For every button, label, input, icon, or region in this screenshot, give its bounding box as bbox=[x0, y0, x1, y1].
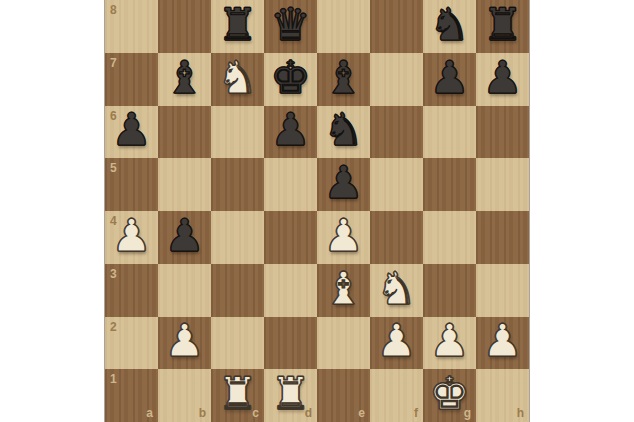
square-h4[interactable] bbox=[476, 211, 529, 264]
square-g2[interactable]: ♟ bbox=[423, 317, 476, 370]
black-rook-h8[interactable]: ♜ bbox=[482, 2, 522, 47]
white-king-g1[interactable]: ♚ bbox=[429, 371, 469, 416]
square-c8[interactable]: ♜ bbox=[211, 0, 264, 53]
black-bishop-b7[interactable]: ♝ bbox=[164, 55, 204, 100]
square-b2[interactable]: ♟ bbox=[158, 317, 211, 370]
square-d5[interactable] bbox=[264, 158, 317, 211]
white-knight-c7[interactable]: ♞ bbox=[217, 55, 257, 100]
white-rook-c1[interactable]: ♜ bbox=[217, 371, 257, 416]
white-pawn-g2[interactable]: ♟ bbox=[429, 318, 469, 363]
rank-label-8: 8 bbox=[110, 4, 117, 16]
file-label-b: b bbox=[199, 407, 206, 419]
square-a3[interactable]: 3 bbox=[105, 264, 158, 317]
square-e4[interactable]: ♟ bbox=[317, 211, 370, 264]
square-c7[interactable]: ♞ bbox=[211, 53, 264, 106]
square-e8[interactable] bbox=[317, 0, 370, 53]
square-d6[interactable]: ♟ bbox=[264, 106, 317, 159]
square-c5[interactable] bbox=[211, 158, 264, 211]
black-knight-g8[interactable]: ♞ bbox=[429, 2, 469, 47]
square-h3[interactable] bbox=[476, 264, 529, 317]
white-pawn-a4[interactable]: ♟ bbox=[111, 213, 151, 258]
rank-label-1: 1 bbox=[110, 373, 117, 385]
square-a5[interactable]: 5 bbox=[105, 158, 158, 211]
square-a4[interactable]: 4♟ bbox=[105, 211, 158, 264]
square-f2[interactable]: ♟ bbox=[370, 317, 423, 370]
file-label-h: h bbox=[517, 407, 524, 419]
square-c6[interactable] bbox=[211, 106, 264, 159]
white-pawn-f2[interactable]: ♟ bbox=[376, 318, 416, 363]
file-label-a: a bbox=[146, 407, 153, 419]
page: 8♜♛♞♜7♝♞♚♝♟♟6♟♟♞5♟4♟♟♟3♝♞2♟♟♟♟1abc♜d♜efg… bbox=[0, 0, 634, 422]
rank-label-7: 7 bbox=[110, 57, 117, 69]
black-pawn-e5[interactable]: ♟ bbox=[323, 160, 363, 205]
square-f3[interactable]: ♞ bbox=[370, 264, 423, 317]
square-a2[interactable]: 2 bbox=[105, 317, 158, 370]
black-pawn-h7[interactable]: ♟ bbox=[482, 55, 522, 100]
black-pawn-g7[interactable]: ♟ bbox=[429, 55, 469, 100]
square-a6[interactable]: 6♟ bbox=[105, 106, 158, 159]
white-bishop-e3[interactable]: ♝ bbox=[323, 266, 363, 311]
square-f7[interactable] bbox=[370, 53, 423, 106]
square-e5[interactable]: ♟ bbox=[317, 158, 370, 211]
square-c3[interactable] bbox=[211, 264, 264, 317]
square-a8[interactable]: 8 bbox=[105, 0, 158, 53]
square-h8[interactable]: ♜ bbox=[476, 0, 529, 53]
square-b3[interactable] bbox=[158, 264, 211, 317]
rank-label-5: 5 bbox=[110, 162, 117, 174]
square-h5[interactable] bbox=[476, 158, 529, 211]
square-f1[interactable]: f bbox=[370, 369, 423, 422]
square-e1[interactable]: e bbox=[317, 369, 370, 422]
square-c1[interactable]: c♜ bbox=[211, 369, 264, 422]
file-label-f: f bbox=[414, 407, 418, 419]
square-f4[interactable] bbox=[370, 211, 423, 264]
square-b5[interactable] bbox=[158, 158, 211, 211]
square-a7[interactable]: 7 bbox=[105, 53, 158, 106]
file-label-e: e bbox=[358, 407, 365, 419]
square-c2[interactable] bbox=[211, 317, 264, 370]
square-h2[interactable]: ♟ bbox=[476, 317, 529, 370]
square-a1[interactable]: 1a bbox=[105, 369, 158, 422]
rank-label-3: 3 bbox=[110, 268, 117, 280]
square-h6[interactable] bbox=[476, 106, 529, 159]
black-pawn-a6[interactable]: ♟ bbox=[111, 107, 151, 152]
square-d8[interactable]: ♛ bbox=[264, 0, 317, 53]
square-f5[interactable] bbox=[370, 158, 423, 211]
square-e2[interactable] bbox=[317, 317, 370, 370]
white-pawn-e4[interactable]: ♟ bbox=[323, 213, 363, 258]
white-rook-d1[interactable]: ♜ bbox=[270, 371, 310, 416]
square-b4[interactable]: ♟ bbox=[158, 211, 211, 264]
rank-label-2: 2 bbox=[110, 321, 117, 333]
square-b8[interactable] bbox=[158, 0, 211, 53]
square-h7[interactable]: ♟ bbox=[476, 53, 529, 106]
square-g6[interactable] bbox=[423, 106, 476, 159]
square-g4[interactable] bbox=[423, 211, 476, 264]
square-d2[interactable] bbox=[264, 317, 317, 370]
white-pawn-h2[interactable]: ♟ bbox=[482, 318, 522, 363]
square-g7[interactable]: ♟ bbox=[423, 53, 476, 106]
square-b7[interactable]: ♝ bbox=[158, 53, 211, 106]
black-bishop-e7[interactable]: ♝ bbox=[323, 55, 363, 100]
black-knight-e6[interactable]: ♞ bbox=[323, 107, 363, 152]
square-d1[interactable]: d♜ bbox=[264, 369, 317, 422]
white-knight-f3[interactable]: ♞ bbox=[376, 266, 416, 311]
square-b1[interactable]: b bbox=[158, 369, 211, 422]
square-g1[interactable]: g♚ bbox=[423, 369, 476, 422]
black-pawn-d6[interactable]: ♟ bbox=[270, 107, 310, 152]
square-f6[interactable] bbox=[370, 106, 423, 159]
white-pawn-b2[interactable]: ♟ bbox=[164, 318, 204, 363]
black-pawn-b4[interactable]: ♟ bbox=[164, 213, 204, 258]
square-d7[interactable]: ♚ bbox=[264, 53, 317, 106]
black-rook-c8[interactable]: ♜ bbox=[217, 2, 257, 47]
square-e3[interactable]: ♝ bbox=[317, 264, 370, 317]
square-f8[interactable] bbox=[370, 0, 423, 53]
chess-board: 8♜♛♞♜7♝♞♚♝♟♟6♟♟♞5♟4♟♟♟3♝♞2♟♟♟♟1abc♜d♜efg… bbox=[105, 0, 529, 422]
square-d4[interactable] bbox=[264, 211, 317, 264]
black-queen-d8[interactable]: ♛ bbox=[270, 2, 310, 47]
square-b6[interactable] bbox=[158, 106, 211, 159]
square-d3[interactable] bbox=[264, 264, 317, 317]
square-c4[interactable] bbox=[211, 211, 264, 264]
square-e6[interactable]: ♞ bbox=[317, 106, 370, 159]
square-g3[interactable] bbox=[423, 264, 476, 317]
black-king-d7[interactable]: ♚ bbox=[270, 55, 310, 100]
square-g5[interactable] bbox=[423, 158, 476, 211]
square-g8[interactable]: ♞ bbox=[423, 0, 476, 53]
square-e7[interactable]: ♝ bbox=[317, 53, 370, 106]
square-h1[interactable]: h bbox=[476, 369, 529, 422]
